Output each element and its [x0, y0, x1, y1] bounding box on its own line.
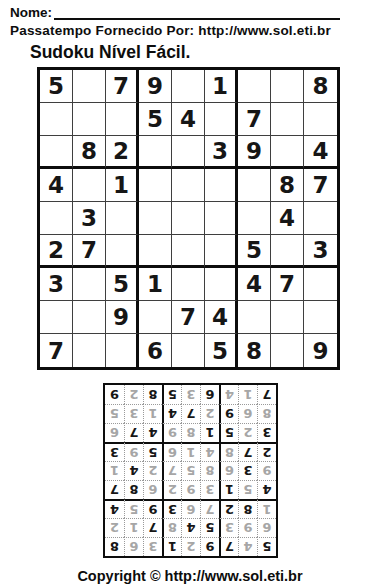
- solution-cell-r9c9: 9: [105, 385, 124, 404]
- cell-r3c8[interactable]: [271, 136, 304, 169]
- cell-r4c6[interactable]: [205, 169, 238, 202]
- cell-r5c4[interactable]: [139, 202, 172, 235]
- cell-r5c7[interactable]: [238, 202, 271, 235]
- cell-r3c6: 3: [205, 136, 238, 169]
- cell-r3c9: 4: [304, 136, 337, 169]
- solution-cell-r5c8: 4: [124, 461, 143, 480]
- cell-r8c8[interactable]: [271, 301, 304, 334]
- cell-r7c3: 5: [106, 268, 139, 301]
- solution-cell-r1c7: 3: [143, 537, 162, 556]
- cell-r4c8: 8: [271, 169, 304, 202]
- solution-cell-r6c9: 3: [105, 442, 124, 461]
- solution-cell-r6c7: 5: [143, 442, 162, 461]
- cell-r9c8[interactable]: [271, 334, 304, 367]
- solution-cell-r8c7: 1: [143, 404, 162, 423]
- solution-cell-r3c3: 2: [219, 499, 238, 518]
- solution-cell-r8c2: 6: [238, 404, 257, 423]
- solution-cell-r7c4: 1: [200, 423, 219, 442]
- solution-cell-r1c3: 7: [219, 537, 238, 556]
- cell-r3c2: 8: [73, 136, 106, 169]
- solution-cell-r9c3: 4: [219, 385, 238, 404]
- cell-r6c9: 3: [304, 235, 337, 268]
- cell-r2c8[interactable]: [271, 103, 304, 136]
- cell-r4c7[interactable]: [238, 169, 271, 202]
- cell-r5c5[interactable]: [172, 202, 205, 235]
- solution-cell-r2c4: 5: [200, 518, 219, 537]
- solution-cell-r2c8: 1: [124, 518, 143, 537]
- cell-r8c7[interactable]: [238, 301, 271, 334]
- sudoku-worksheet-page: Nome: Passatempo Fornecido Por: http://w…: [0, 0, 380, 585]
- cell-r9c3[interactable]: [106, 334, 139, 367]
- cell-r8c2[interactable]: [73, 301, 106, 334]
- solution-cell-r5c7: 2: [143, 461, 162, 480]
- solution-cell-r3c5: 6: [181, 499, 200, 518]
- cell-r8c6: 4: [205, 301, 238, 334]
- solution-cell-r5c9: 1: [105, 461, 124, 480]
- cell-r1c3: 7: [106, 70, 139, 103]
- solution-cell-r9c8: 2: [124, 385, 143, 404]
- solution-cell-r9c6: 5: [162, 385, 181, 404]
- solution-cell-r8c9: 5: [105, 404, 124, 423]
- cell-r7c8: 7: [271, 268, 304, 301]
- cell-r7c4: 1: [139, 268, 172, 301]
- cell-r4c4[interactable]: [139, 169, 172, 202]
- solution-cell-r1c5: 2: [181, 537, 200, 556]
- solution-cell-r8c4: 2: [200, 404, 219, 423]
- cell-r9c4: 6: [139, 334, 172, 367]
- cell-r7c9[interactable]: [304, 268, 337, 301]
- solution-cell-r5c6: 7: [162, 461, 181, 480]
- solution-cell-r3c7: 9: [143, 499, 162, 518]
- solution-cell-r6c3: 8: [219, 442, 238, 461]
- cell-r8c1[interactable]: [40, 301, 73, 334]
- cell-r2c2[interactable]: [73, 103, 106, 136]
- cell-r7c7: 4: [238, 268, 271, 301]
- cell-r1c5[interactable]: [172, 70, 205, 103]
- cell-r2c5: 4: [172, 103, 205, 136]
- cell-r1c4: 9: [139, 70, 172, 103]
- cell-r6c7: 5: [238, 235, 271, 268]
- cell-r5c6[interactable]: [205, 202, 238, 235]
- solution-cell-r9c4: 6: [200, 385, 219, 404]
- solution-cell-r4c7: 6: [143, 480, 162, 499]
- solution-cell-r2c2: 9: [238, 518, 257, 537]
- cell-r6c5[interactable]: [172, 235, 205, 268]
- cell-r9c1: 7: [40, 334, 73, 367]
- solution-cell-r1c1: 5: [257, 537, 276, 556]
- solution-cell-r2c5: 4: [181, 518, 200, 537]
- cell-r5c2: 3: [73, 202, 106, 235]
- solution-cell-r4c6: 2: [162, 480, 181, 499]
- cell-r7c5[interactable]: [172, 268, 205, 301]
- cell-r2c9[interactable]: [304, 103, 337, 136]
- solution-cell-r6c1: 2: [257, 442, 276, 461]
- cell-r3c1[interactable]: [40, 136, 73, 169]
- cell-r6c6[interactable]: [205, 235, 238, 268]
- name-row: Nome:: [10, 3, 340, 20]
- solution-cell-r9c2: 1: [238, 385, 257, 404]
- page-title: Sudoku Nível Fácil.: [30, 42, 370, 63]
- solution-cell-r5c2: 3: [238, 461, 257, 480]
- cell-r5c9[interactable]: [304, 202, 337, 235]
- solution-cell-r4c4: 3: [200, 480, 219, 499]
- cell-r1c6: 1: [205, 70, 238, 103]
- cell-r7c1: 3: [40, 268, 73, 301]
- cell-r5c8: 4: [271, 202, 304, 235]
- solution-cell-r6c8: 9: [124, 442, 143, 461]
- cell-r9c7: 8: [238, 334, 271, 367]
- sudoku-board: 579185478239441873427533514797476589: [37, 67, 340, 370]
- cell-r4c3: 1: [106, 169, 139, 202]
- solution-cell-r7c6: 9: [162, 423, 181, 442]
- solution-cell-r2c1: 6: [257, 518, 276, 537]
- cell-r9c6: 5: [205, 334, 238, 367]
- solution-cell-r1c2: 4: [238, 537, 257, 556]
- solution-cell-r8c5: 7: [181, 404, 200, 423]
- solution-cell-r4c2: 5: [238, 480, 257, 499]
- cell-r2c1[interactable]: [40, 103, 73, 136]
- solution-board-rotated-180: 5479213686935487121827639544513926879368…: [103, 383, 278, 558]
- solution-cell-r1c4: 9: [200, 537, 219, 556]
- solution-cell-r6c6: 6: [162, 442, 181, 461]
- cell-r6c3[interactable]: [106, 235, 139, 268]
- solution-cell-r8c6: 4: [162, 404, 181, 423]
- cell-r7c6[interactable]: [205, 268, 238, 301]
- solution-cell-r9c7: 8: [143, 385, 162, 404]
- solution-cell-r7c9: 6: [105, 423, 124, 442]
- cell-r8c9[interactable]: [304, 301, 337, 334]
- name-blank-line: [54, 4, 340, 20]
- cell-r3c3: 2: [106, 136, 139, 169]
- cell-r7c2[interactable]: [73, 268, 106, 301]
- solution-cell-r3c8: 5: [124, 499, 143, 518]
- cell-r1c7[interactable]: [238, 70, 271, 103]
- solution-cell-r6c4: 4: [200, 442, 219, 461]
- solution-cell-r4c8: 8: [124, 480, 143, 499]
- solution-cell-r3c6: 3: [162, 499, 181, 518]
- solution-cell-r9c5: 3: [181, 385, 200, 404]
- solution-cell-r2c7: 7: [143, 518, 162, 537]
- cell-r6c4[interactable]: [139, 235, 172, 268]
- solution-cell-r5c1: 9: [257, 461, 276, 480]
- cell-r5c3[interactable]: [106, 202, 139, 235]
- solution-cell-r2c9: 2: [105, 518, 124, 537]
- solution-cell-r4c1: 4: [257, 480, 276, 499]
- solution-cell-r1c6: 1: [162, 537, 181, 556]
- solution-cell-r6c5: 1: [181, 442, 200, 461]
- cell-r6c1: 2: [40, 235, 73, 268]
- copyright-text: Copyright © http://www.sol.eti.br: [10, 568, 370, 584]
- cell-r2c7: 7: [238, 103, 271, 136]
- cell-r4c5[interactable]: [172, 169, 205, 202]
- cell-r1c8[interactable]: [271, 70, 304, 103]
- solution-cell-r2c3: 3: [219, 518, 238, 537]
- solution-cell-r2c6: 8: [162, 518, 181, 537]
- cell-r5c1[interactable]: [40, 202, 73, 235]
- solution-cell-r5c3: 6: [219, 461, 238, 480]
- cell-r9c9: 9: [304, 334, 337, 367]
- cell-r9c5[interactable]: [172, 334, 205, 367]
- solution-cell-r3c9: 4: [105, 499, 124, 518]
- solution-cell-r7c8: 7: [124, 423, 143, 442]
- cell-r6c2: 7: [73, 235, 106, 268]
- solution-cell-r5c4: 8: [200, 461, 219, 480]
- cell-r1c2[interactable]: [73, 70, 106, 103]
- cell-r3c4[interactable]: [139, 136, 172, 169]
- cell-r2c3[interactable]: [106, 103, 139, 136]
- solution-cell-r7c7: 4: [143, 423, 162, 442]
- solution-cell-r1c8: 6: [124, 537, 143, 556]
- solution-cell-r7c1: 3: [257, 423, 276, 442]
- solution-cell-r5c5: 5: [181, 461, 200, 480]
- solution-cell-r4c5: 9: [181, 480, 200, 499]
- cell-r2c4: 5: [139, 103, 172, 136]
- solution-cell-r8c8: 3: [124, 404, 143, 423]
- cell-r1c9: 8: [304, 70, 337, 103]
- provider-line: Passatempo Fornecido Por: http://www.sol…: [10, 23, 370, 38]
- cell-r3c5[interactable]: [172, 136, 205, 169]
- cell-r4c2[interactable]: [73, 169, 106, 202]
- solution-cell-r4c3: 1: [219, 480, 238, 499]
- solution-cell-r8c3: 9: [219, 404, 238, 423]
- cell-r2c6[interactable]: [205, 103, 238, 136]
- cell-r6c8[interactable]: [271, 235, 304, 268]
- solution-cell-r9c1: 7: [257, 385, 276, 404]
- solution-cell-r6c2: 7: [238, 442, 257, 461]
- solution-cell-r3c2: 8: [238, 499, 257, 518]
- solution-cell-r3c1: 1: [257, 499, 276, 518]
- solution-cell-r7c5: 8: [181, 423, 200, 442]
- cell-r8c3: 9: [106, 301, 139, 334]
- cell-r8c4[interactable]: [139, 301, 172, 334]
- cell-r4c9: 7: [304, 169, 337, 202]
- solution-cell-r7c3: 5: [219, 423, 238, 442]
- cell-r4c1: 4: [40, 169, 73, 202]
- solution-cell-r4c9: 7: [105, 480, 124, 499]
- cell-r1c1: 5: [40, 70, 73, 103]
- cell-r9c2[interactable]: [73, 334, 106, 367]
- cell-r3c7: 9: [238, 136, 271, 169]
- solution-cell-r3c4: 7: [200, 499, 219, 518]
- solution-cell-r1c9: 8: [105, 537, 124, 556]
- cell-r8c5: 7: [172, 301, 205, 334]
- solution-cell-r8c1: 8: [257, 404, 276, 423]
- solution-cell-r7c2: 2: [238, 423, 257, 442]
- name-label: Nome:: [10, 5, 52, 20]
